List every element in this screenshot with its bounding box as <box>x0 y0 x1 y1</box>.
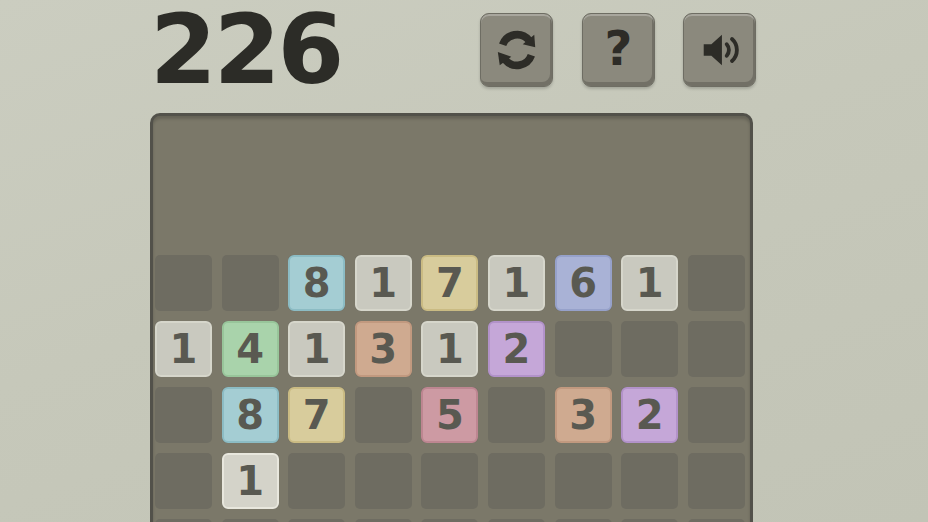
slot-r3c3[interactable] <box>355 453 412 509</box>
slot-r1c2[interactable]: 1 <box>288 321 345 377</box>
slot-r0c4[interactable]: 7 <box>421 255 478 311</box>
slot-r3c5[interactable] <box>488 453 545 509</box>
slot-r2c7[interactable]: 2 <box>621 387 678 443</box>
tile-2[interactable]: 2 <box>488 321 545 377</box>
tile-5[interactable]: 5 <box>421 387 478 443</box>
slot-r0c5[interactable]: 1 <box>488 255 545 311</box>
question-mark-icon: ? <box>605 24 633 72</box>
slot-r2c5[interactable] <box>488 387 545 443</box>
tile-number: 2 <box>503 329 531 369</box>
tile-number: 8 <box>303 263 331 303</box>
tile-8[interactable]: 8 <box>288 255 345 311</box>
tile-number: 1 <box>236 461 264 501</box>
game-board[interactable]: 817161141312875321 <box>150 113 753 522</box>
slot-r2c8[interactable] <box>688 387 745 443</box>
tile-2[interactable]: 2 <box>621 387 678 443</box>
slot-r0c1[interactable] <box>222 255 279 311</box>
slot-r1c1[interactable]: 4 <box>222 321 279 377</box>
tile-number: 6 <box>569 263 597 303</box>
slot-r2c2[interactable]: 7 <box>288 387 345 443</box>
tile-number: 7 <box>303 395 331 435</box>
tile-4[interactable]: 4 <box>222 321 279 377</box>
slot-r3c0[interactable] <box>155 453 212 509</box>
slot-r1c4[interactable]: 1 <box>421 321 478 377</box>
tile-number: 8 <box>236 395 264 435</box>
tile-number: 1 <box>303 329 331 369</box>
speaker-icon <box>697 27 743 73</box>
slot-r1c6[interactable] <box>555 321 612 377</box>
restart-button[interactable] <box>480 13 553 87</box>
refresh-icon <box>494 27 540 73</box>
tile-number: 1 <box>503 263 531 303</box>
slot-r3c6[interactable] <box>555 453 612 509</box>
game-screen: 226 ? 817161141312875321 <box>0 0 928 522</box>
slot-r1c0[interactable]: 1 <box>155 321 212 377</box>
tile-1[interactable]: 1 <box>621 255 678 311</box>
tile-3[interactable]: 3 <box>355 321 412 377</box>
tile-3[interactable]: 3 <box>555 387 612 443</box>
tile-1[interactable]: 1 <box>421 321 478 377</box>
active-tile-1[interactable]: 1 <box>222 453 279 509</box>
tile-number: 1 <box>170 329 198 369</box>
tile-number: 1 <box>636 263 664 303</box>
tile-6[interactable]: 6 <box>555 255 612 311</box>
tile-1[interactable]: 1 <box>488 255 545 311</box>
slot-r2c3[interactable] <box>355 387 412 443</box>
board-grid: 817161141312875321 <box>155 255 745 522</box>
tile-number: 4 <box>236 329 264 369</box>
slot-r3c8[interactable] <box>688 453 745 509</box>
slot-r1c8[interactable] <box>688 321 745 377</box>
slot-r0c0[interactable] <box>155 255 212 311</box>
slot-r3c2[interactable] <box>288 453 345 509</box>
tile-8[interactable]: 8 <box>222 387 279 443</box>
slot-r3c1[interactable]: 1 <box>222 453 279 509</box>
help-button[interactable]: ? <box>582 13 655 87</box>
sound-button[interactable] <box>683 13 756 87</box>
slot-r3c4[interactable] <box>421 453 478 509</box>
slot-r2c6[interactable]: 3 <box>555 387 612 443</box>
slot-r0c3[interactable]: 1 <box>355 255 412 311</box>
slot-r1c5[interactable]: 2 <box>488 321 545 377</box>
tile-7[interactable]: 7 <box>421 255 478 311</box>
tile-number: 7 <box>436 263 464 303</box>
slot-r2c4[interactable]: 5 <box>421 387 478 443</box>
tile-1[interactable]: 1 <box>288 321 345 377</box>
slot-r2c0[interactable] <box>155 387 212 443</box>
slot-r0c7[interactable]: 1 <box>621 255 678 311</box>
slot-r2c1[interactable]: 8 <box>222 387 279 443</box>
tile-7[interactable]: 7 <box>288 387 345 443</box>
tile-number: 5 <box>436 395 464 435</box>
tile-number: 1 <box>369 263 397 303</box>
score: 226 <box>150 2 341 98</box>
slot-r3c7[interactable] <box>621 453 678 509</box>
tile-number: 1 <box>436 329 464 369</box>
slot-r1c7[interactable] <box>621 321 678 377</box>
slot-r0c6[interactable]: 6 <box>555 255 612 311</box>
slot-r0c8[interactable] <box>688 255 745 311</box>
tile-1[interactable]: 1 <box>155 321 212 377</box>
slot-r0c2[interactable]: 8 <box>288 255 345 311</box>
tile-number: 2 <box>636 395 664 435</box>
tile-number: 3 <box>569 395 597 435</box>
slot-r1c3[interactable]: 3 <box>355 321 412 377</box>
tile-number: 3 <box>369 329 397 369</box>
tile-1[interactable]: 1 <box>355 255 412 311</box>
